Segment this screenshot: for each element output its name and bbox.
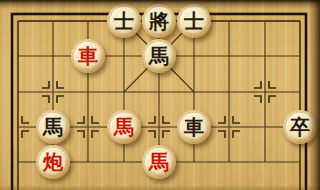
piece-face: 將	[145, 7, 174, 36]
piece-red-chariot-c2[interactable]: 車	[71, 39, 105, 73]
piece-character: 車	[184, 117, 204, 137]
piece-black-general-e1[interactable]: 將	[142, 4, 176, 38]
piece-face: 車	[180, 113, 209, 142]
piece-character: 馬	[43, 117, 63, 137]
piece-character: 士	[184, 11, 204, 31]
piece-character: 馬	[114, 117, 134, 137]
piece-black-chariot-f4[interactable]: 車	[177, 110, 211, 144]
piece-red-horse-d4[interactable]: 馬	[107, 110, 141, 144]
piece-black-soldier-i4[interactable]: 卒	[283, 110, 317, 144]
piece-face: 卒	[286, 113, 315, 142]
piece-face: 車	[74, 42, 103, 71]
piece-red-cannon-b5[interactable]: 炮	[36, 145, 70, 179]
piece-character: 車	[78, 46, 98, 66]
piece-face: 馬	[145, 148, 174, 177]
xiangqi-board[interactable]: 士將士車馬馬馬車卒炮馬	[0, 0, 320, 190]
piece-face: 馬	[110, 113, 139, 142]
piece-character: 將	[149, 11, 169, 31]
piece-red-horse-e5[interactable]: 馬	[142, 145, 176, 179]
piece-face: 士	[180, 7, 209, 36]
piece-character: 馬	[149, 46, 169, 66]
pieces-layer: 士將士車馬馬馬車卒炮馬	[0, 0, 320, 190]
piece-face: 馬	[145, 42, 174, 71]
piece-face: 士	[110, 7, 139, 36]
piece-character: 馬	[149, 152, 169, 172]
piece-black-horse-e2[interactable]: 馬	[142, 39, 176, 73]
piece-face: 炮	[39, 148, 68, 177]
piece-black-horse-b4[interactable]: 馬	[36, 110, 70, 144]
piece-black-advisor-d1[interactable]: 士	[107, 4, 141, 38]
piece-face: 馬	[39, 113, 68, 142]
piece-character: 士	[114, 11, 134, 31]
piece-character: 炮	[43, 152, 63, 172]
piece-character: 卒	[290, 117, 310, 137]
piece-black-advisor-f1[interactable]: 士	[177, 4, 211, 38]
